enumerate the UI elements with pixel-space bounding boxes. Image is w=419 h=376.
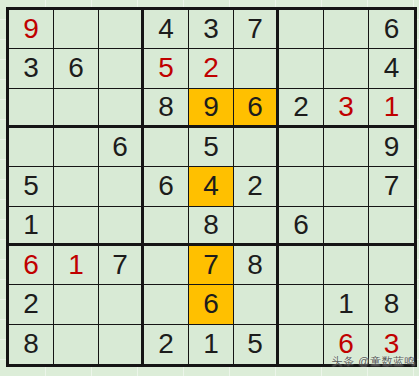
cell-r7c7[interactable]	[279, 246, 324, 285]
cell-r6c2[interactable]	[54, 207, 99, 246]
cell-r5c8[interactable]	[324, 167, 369, 206]
cell-r5c2[interactable]	[54, 167, 99, 206]
cell-r7c8[interactable]	[324, 246, 369, 285]
cell-r5c3[interactable]	[99, 167, 144, 206]
cell-r5c7[interactable]	[279, 167, 324, 206]
cell-r5c4[interactable]: 6	[144, 167, 189, 206]
cell-r1c3[interactable]	[99, 10, 144, 49]
cell-r8c4[interactable]	[144, 285, 189, 324]
cell-r3c5[interactable]: 9	[189, 89, 234, 128]
cell-r3c4[interactable]: 8	[144, 89, 189, 128]
cell-r4c5[interactable]: 5	[189, 128, 234, 167]
cell-r9c6[interactable]: 5	[234, 325, 279, 364]
cell-r6c6[interactable]	[234, 207, 279, 246]
cell-r4c1[interactable]	[9, 128, 54, 167]
cell-r1c1[interactable]: 9	[9, 10, 54, 49]
cell-r5c6[interactable]: 2	[234, 167, 279, 206]
cell-r9c9[interactable]: 3	[369, 325, 414, 364]
cell-r3c2[interactable]	[54, 89, 99, 128]
cell-r5c5[interactable]: 4	[189, 167, 234, 206]
cell-r9c3[interactable]	[99, 325, 144, 364]
cell-r4c2[interactable]	[54, 128, 99, 167]
cell-r6c3[interactable]	[99, 207, 144, 246]
cell-r7c5[interactable]: 7	[189, 246, 234, 285]
cell-r9c8[interactable]: 6	[324, 325, 369, 364]
cell-r2c4[interactable]: 5	[144, 49, 189, 88]
cell-r4c9[interactable]: 9	[369, 128, 414, 167]
cell-r4c6[interactable]	[234, 128, 279, 167]
cell-r2c1[interactable]: 3	[9, 49, 54, 88]
cell-r8c2[interactable]	[54, 285, 99, 324]
cell-r8c1[interactable]: 2	[9, 285, 54, 324]
cell-r3c9[interactable]: 1	[369, 89, 414, 128]
cell-r7c4[interactable]	[144, 246, 189, 285]
cell-r3c3[interactable]	[99, 89, 144, 128]
cell-r8c5[interactable]: 6	[189, 285, 234, 324]
cell-r2c3[interactable]	[99, 49, 144, 88]
cell-r4c4[interactable]	[144, 128, 189, 167]
cell-r9c1[interactable]: 8	[9, 325, 54, 364]
cell-r8c7[interactable]	[279, 285, 324, 324]
cell-r9c5[interactable]: 1	[189, 325, 234, 364]
cell-r6c8[interactable]	[324, 207, 369, 246]
cell-r1c5[interactable]: 3	[189, 10, 234, 49]
cell-r9c7[interactable]	[279, 325, 324, 364]
cell-r1c4[interactable]: 4	[144, 10, 189, 49]
cell-r7c9[interactable]	[369, 246, 414, 285]
cell-r2c9[interactable]: 4	[369, 49, 414, 88]
cell-r3c6[interactable]: 6	[234, 89, 279, 128]
cell-r7c3[interactable]: 7	[99, 246, 144, 285]
cell-r1c8[interactable]	[324, 10, 369, 49]
cell-r1c7[interactable]	[279, 10, 324, 49]
cell-r1c6[interactable]: 7	[234, 10, 279, 49]
cell-r1c9[interactable]: 6	[369, 10, 414, 49]
cell-r2c2[interactable]: 6	[54, 49, 99, 88]
cell-r2c7[interactable]	[279, 49, 324, 88]
cell-r7c2[interactable]: 1	[54, 246, 99, 285]
cell-r2c8[interactable]	[324, 49, 369, 88]
cell-r9c2[interactable]	[54, 325, 99, 364]
cell-r6c4[interactable]	[144, 207, 189, 246]
cell-r4c3[interactable]: 6	[99, 128, 144, 167]
cell-r8c9[interactable]: 8	[369, 285, 414, 324]
cell-r6c5[interactable]: 8	[189, 207, 234, 246]
cell-r8c8[interactable]: 1	[324, 285, 369, 324]
cell-r5c9[interactable]: 7	[369, 167, 414, 206]
cell-r9c4[interactable]: 2	[144, 325, 189, 364]
cell-r4c8[interactable]	[324, 128, 369, 167]
cell-r3c8[interactable]: 3	[324, 89, 369, 128]
sudoku-screenshot: { "game": "sudoku", "board": { "size": 9…	[0, 0, 419, 376]
cell-r4c7[interactable]	[279, 128, 324, 167]
cell-r5c1[interactable]: 5	[9, 167, 54, 206]
sudoku-board: 9437636524896231659564271866177826188215…	[6, 7, 417, 367]
cell-r3c7[interactable]: 2	[279, 89, 324, 128]
cell-r2c6[interactable]	[234, 49, 279, 88]
cell-r7c1[interactable]: 6	[9, 246, 54, 285]
cell-r6c1[interactable]: 1	[9, 207, 54, 246]
cell-r2c5[interactable]: 2	[189, 49, 234, 88]
cell-r8c6[interactable]	[234, 285, 279, 324]
cell-r6c9[interactable]	[369, 207, 414, 246]
cell-r3c1[interactable]	[9, 89, 54, 128]
cell-r8c3[interactable]	[99, 285, 144, 324]
cell-r7c6[interactable]: 8	[234, 246, 279, 285]
cell-r6c7[interactable]: 6	[279, 207, 324, 246]
cell-r1c2[interactable]	[54, 10, 99, 49]
